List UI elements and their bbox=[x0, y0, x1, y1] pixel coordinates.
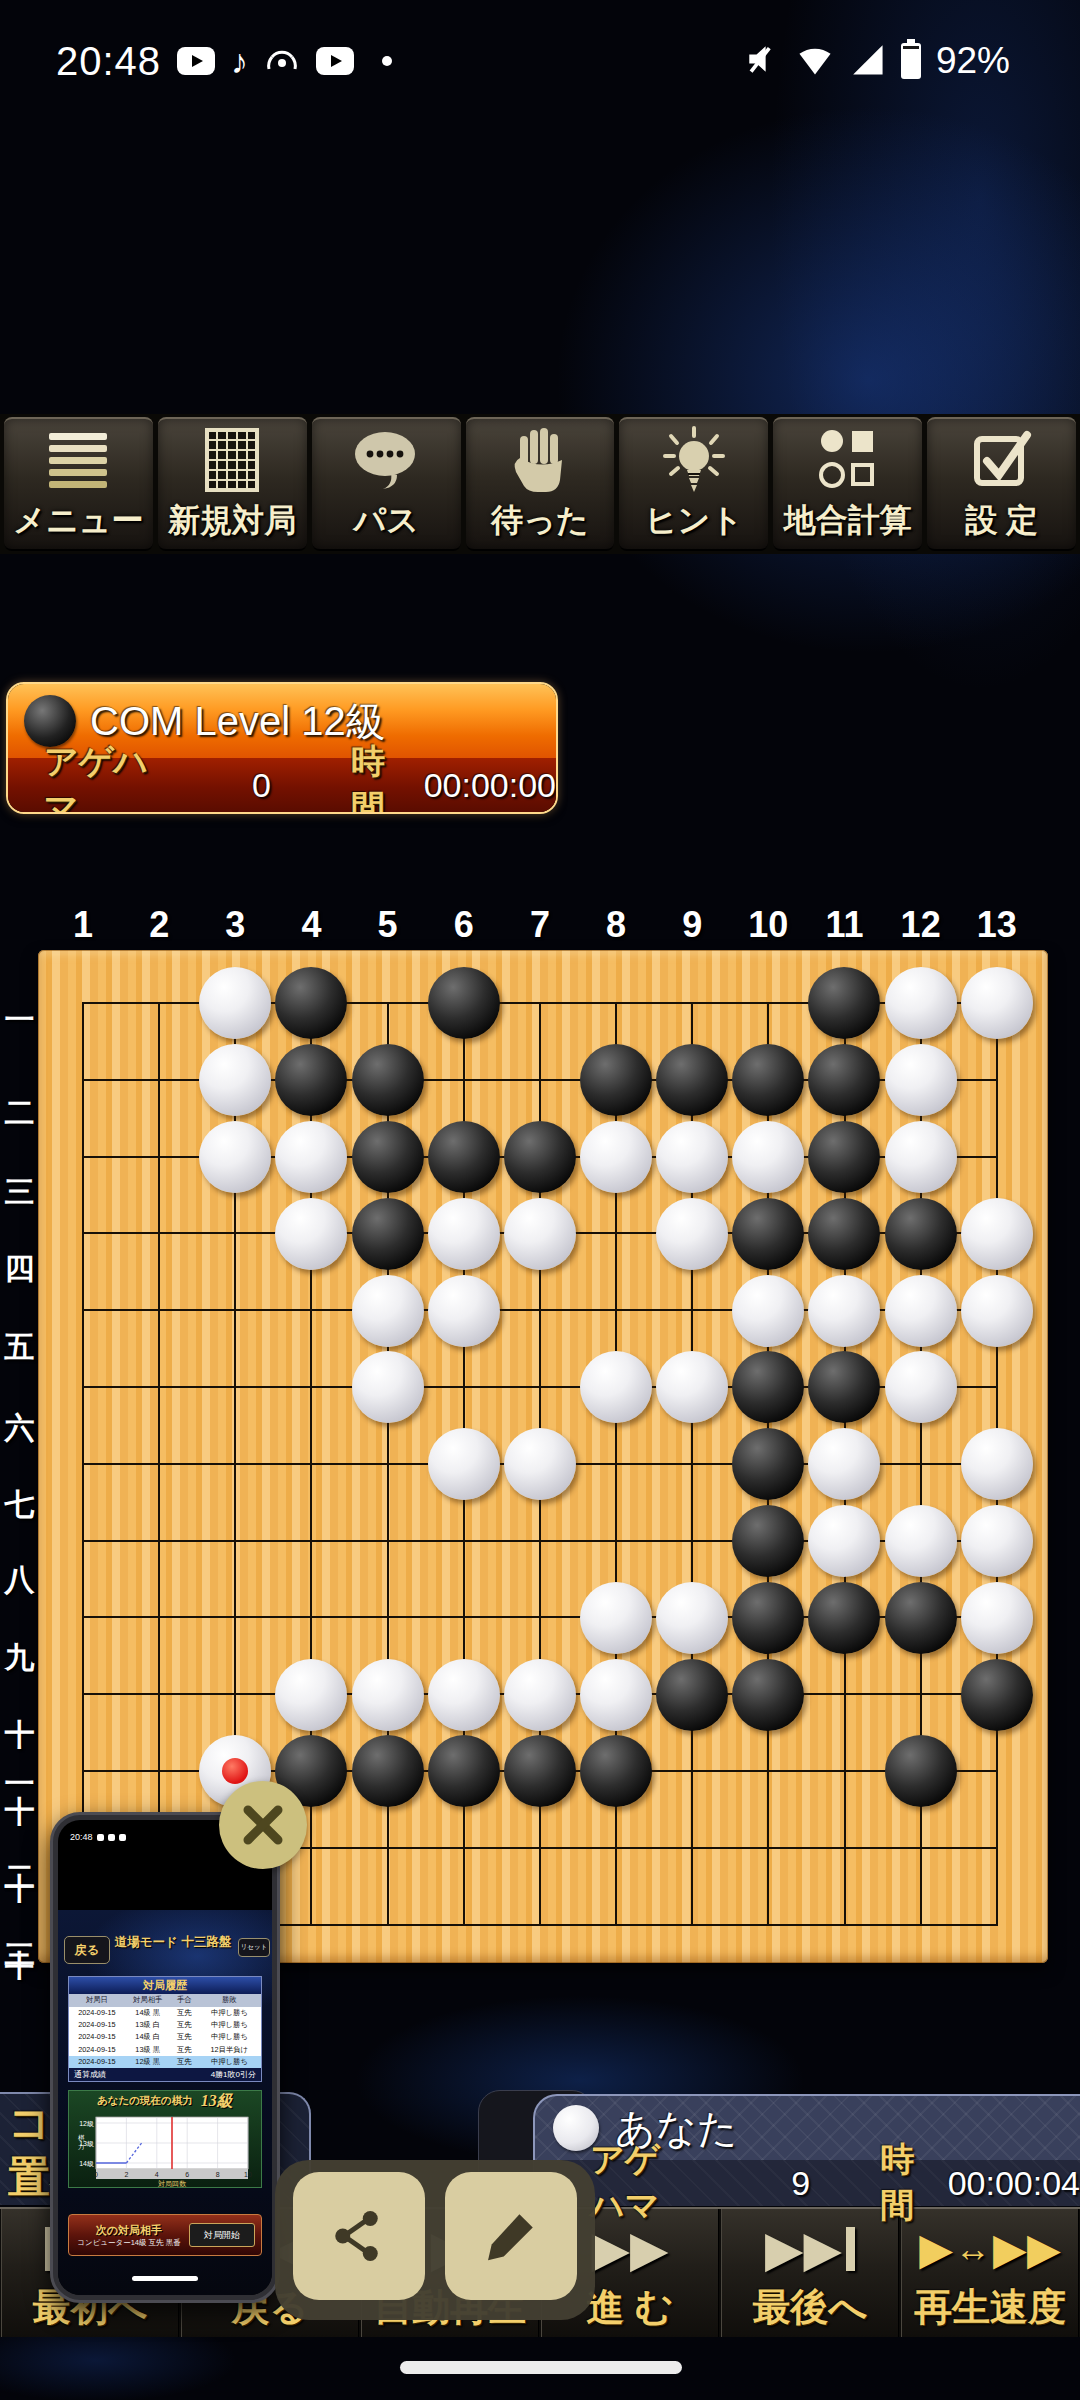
board-cell-9-4[interactable] bbox=[654, 1195, 730, 1272]
mini-history-table: 対局履歴 対局日対局相手手合勝敗2024-09-1514級 黒互先中押し勝ち20… bbox=[68, 1976, 262, 2082]
mini-app-screen: 戻る 道場モード 十三路盤 リセット 対局履歴 対局日対局相手手合勝敗2024-… bbox=[58, 1910, 272, 2295]
board-cell-6-4[interactable] bbox=[426, 1195, 502, 1272]
board-cell-8-10[interactable] bbox=[578, 1656, 654, 1733]
board-cell-13-6[interactable] bbox=[959, 1349, 1035, 1426]
col-label-6: 6 bbox=[434, 904, 494, 946]
board-cell-5-13[interactable] bbox=[350, 1887, 426, 1964]
toolbar-button-パス[interactable]: パス bbox=[312, 417, 461, 551]
white-stone bbox=[961, 1582, 1033, 1654]
board-cell-8-11[interactable] bbox=[578, 1733, 654, 1810]
white-stone bbox=[961, 967, 1033, 1039]
white-stone bbox=[199, 1044, 271, 1116]
board-cell-3-8[interactable] bbox=[197, 1503, 273, 1580]
youtube-icon bbox=[177, 46, 215, 76]
row-label-十一: 十一 bbox=[0, 1733, 38, 1809]
battery-percent: 92% bbox=[936, 40, 1010, 82]
white-stone bbox=[199, 967, 271, 1039]
board-cell-9-2[interactable] bbox=[654, 1042, 730, 1119]
board-cell-2-11[interactable] bbox=[121, 1733, 197, 1810]
board-cell-3-10[interactable] bbox=[197, 1656, 273, 1733]
board-cell-2-9[interactable] bbox=[121, 1579, 197, 1656]
board-cell-1-4[interactable] bbox=[45, 1195, 121, 1272]
board-cell-10-13[interactable] bbox=[730, 1887, 806, 1964]
black-stone bbox=[275, 1044, 347, 1116]
board-cell-6-7[interactable] bbox=[426, 1426, 502, 1503]
svg-text:8: 8 bbox=[216, 2171, 220, 2178]
board-cell-3-3[interactable] bbox=[197, 1119, 273, 1196]
mini-rating-panel: あなたの現在の棋力 13級 12級13級14級0246810棋力対局回数 bbox=[68, 2090, 262, 2188]
white-stone bbox=[504, 1198, 576, 1270]
board-cell-9-8[interactable] bbox=[654, 1503, 730, 1580]
board-cell-9-5[interactable] bbox=[654, 1272, 730, 1349]
board-cell-2-4[interactable] bbox=[121, 1195, 197, 1272]
board-cell-12-5[interactable] bbox=[883, 1272, 959, 1349]
board-cell-7-3[interactable] bbox=[502, 1119, 578, 1196]
board-cell-11-13[interactable] bbox=[806, 1887, 882, 1964]
board-cell-9-11[interactable] bbox=[654, 1733, 730, 1810]
board-cell-1-5[interactable] bbox=[45, 1272, 121, 1349]
white-stone bbox=[428, 1428, 500, 1500]
board-cell-6-5[interactable] bbox=[426, 1272, 502, 1349]
mini-page-title: 道場モード 十三路盤 bbox=[110, 1934, 236, 1951]
board-cell-11-9[interactable] bbox=[806, 1579, 882, 1656]
col-label-10: 10 bbox=[738, 904, 798, 946]
white-stone bbox=[580, 1582, 652, 1654]
board-cell-8-5[interactable] bbox=[578, 1272, 654, 1349]
toolbar: メニュー新規対局パス待ったヒント地合計算設 定 bbox=[0, 414, 1080, 554]
white-stone bbox=[199, 1121, 271, 1193]
board-cell-11-8[interactable] bbox=[806, 1503, 882, 1580]
board-cell-5-8[interactable] bbox=[350, 1503, 426, 1580]
black-stone bbox=[808, 1198, 880, 1270]
black-stone bbox=[428, 1121, 500, 1193]
svg-text:0: 0 bbox=[94, 2171, 98, 2178]
black-stone bbox=[885, 1735, 957, 1807]
board-cell-11-11[interactable] bbox=[806, 1733, 882, 1810]
black-stone bbox=[428, 1735, 500, 1807]
board-cell-3-7[interactable] bbox=[197, 1426, 273, 1503]
board-cell-9-7[interactable] bbox=[654, 1426, 730, 1503]
toolbar-button-新規対局[interactable]: 新規対局 bbox=[158, 417, 307, 551]
black-stone bbox=[352, 1121, 424, 1193]
col-label-13: 13 bbox=[967, 904, 1027, 946]
row-label-七: 七 bbox=[0, 1426, 38, 1502]
board-cell-4-6[interactable] bbox=[273, 1349, 349, 1426]
black-stone bbox=[732, 1659, 804, 1731]
board-cell-3-9[interactable] bbox=[197, 1579, 273, 1656]
board-cell-8-12[interactable] bbox=[578, 1810, 654, 1887]
board-cell-12-11[interactable] bbox=[883, 1733, 959, 1810]
board-cell-1-1[interactable] bbox=[45, 965, 121, 1042]
board-cell-7-8[interactable] bbox=[502, 1503, 578, 1580]
white-stone bbox=[580, 1121, 652, 1193]
board-cell-13-3[interactable] bbox=[959, 1119, 1035, 1196]
white-stone bbox=[580, 1351, 652, 1423]
black-stone bbox=[352, 1735, 424, 1807]
pass-icon bbox=[351, 421, 421, 499]
col-label-7: 7 bbox=[510, 904, 570, 946]
board-cell-12-4[interactable] bbox=[883, 1195, 959, 1272]
board-cell-3-5[interactable] bbox=[197, 1272, 273, 1349]
svg-text:6: 6 bbox=[185, 2171, 189, 2178]
board-cell-9-9[interactable] bbox=[654, 1579, 730, 1656]
board-cell-13-7[interactable] bbox=[959, 1426, 1035, 1503]
menu-icon bbox=[45, 421, 111, 499]
white-stone bbox=[275, 1659, 347, 1731]
black-stone bbox=[580, 1044, 652, 1116]
board-cell-10-11[interactable] bbox=[730, 1733, 806, 1810]
board-cell-10-5[interactable] bbox=[730, 1272, 806, 1349]
board-cell-6-1[interactable] bbox=[426, 965, 502, 1042]
black-stone bbox=[885, 1198, 957, 1270]
board-cell-10-9[interactable] bbox=[730, 1579, 806, 1656]
close-preview-button[interactable] bbox=[219, 1781, 307, 1869]
nav-button-最後へ[interactable]: ▶▶最後へ bbox=[721, 2209, 899, 2337]
board-cell-9-3[interactable] bbox=[654, 1119, 730, 1196]
toolbar-button-待った[interactable]: 待った bbox=[466, 417, 615, 551]
board-cell-5-3[interactable] bbox=[350, 1119, 426, 1196]
board-cell-1-10[interactable] bbox=[45, 1656, 121, 1733]
white-stone bbox=[428, 1198, 500, 1270]
board-cell-5-4[interactable] bbox=[350, 1195, 426, 1272]
share-button[interactable] bbox=[293, 2172, 425, 2300]
white-stone bbox=[961, 1198, 1033, 1270]
black-stone bbox=[504, 1735, 576, 1807]
black-stone bbox=[275, 967, 347, 1039]
speed-icon: ▶↔▶▶ bbox=[919, 2216, 1061, 2282]
row-label-二: 二 bbox=[0, 1042, 38, 1118]
board-cell-11-2[interactable] bbox=[806, 1042, 882, 1119]
white-stone bbox=[808, 1505, 880, 1577]
settings-icon bbox=[969, 421, 1035, 499]
board-cell-7-11[interactable] bbox=[502, 1733, 578, 1810]
black-stone bbox=[580, 1735, 652, 1807]
white-stone bbox=[885, 1044, 957, 1116]
board-cell-1-8[interactable] bbox=[45, 1503, 121, 1580]
black-stone bbox=[732, 1044, 804, 1116]
screenshot-actions-overlay bbox=[275, 2160, 595, 2320]
black-stone bbox=[504, 1121, 576, 1193]
board-cell-2-5[interactable] bbox=[121, 1272, 197, 1349]
captures-label: アゲハマ bbox=[44, 739, 152, 814]
svg-text:12級: 12級 bbox=[79, 2120, 94, 2127]
white-stone bbox=[885, 1121, 957, 1193]
dot-icon bbox=[382, 56, 392, 66]
pencil-icon bbox=[482, 2207, 540, 2265]
history-row: 2024-09-1513級 黒互先12目半負け bbox=[69, 2044, 261, 2056]
board-cell-2-3[interactable] bbox=[121, 1119, 197, 1196]
board-cell-3-2[interactable] bbox=[197, 1042, 273, 1119]
black-stone bbox=[732, 1505, 804, 1577]
board-cell-3-4[interactable] bbox=[197, 1195, 273, 1272]
col-label-4: 4 bbox=[281, 904, 341, 946]
col-label-11: 11 bbox=[815, 904, 875, 946]
board-cell-5-6[interactable] bbox=[350, 1349, 426, 1426]
board-cell-7-9[interactable] bbox=[502, 1579, 578, 1656]
board-cell-5-7[interactable] bbox=[350, 1426, 426, 1503]
board-cell-6-6[interactable] bbox=[426, 1349, 502, 1426]
board-cell-9-13[interactable] bbox=[654, 1887, 730, 1964]
board-cell-7-13[interactable] bbox=[502, 1887, 578, 1964]
board-cell-9-10[interactable] bbox=[654, 1656, 730, 1733]
svg-text:14級: 14級 bbox=[79, 2160, 94, 2167]
black-stone bbox=[656, 1044, 728, 1116]
board-cell-6-10[interactable] bbox=[426, 1656, 502, 1733]
board-cell-10-8[interactable] bbox=[730, 1503, 806, 1580]
row-label-三: 三 bbox=[0, 1119, 38, 1195]
screenshot-preview-screen: 20:48 戻る 道場モード 十三路盤 リセット 対局履歴 対局日対局相手手合勝… bbox=[58, 1820, 272, 2295]
board-cell-12-3[interactable] bbox=[883, 1119, 959, 1196]
white-stone bbox=[885, 1275, 957, 1347]
board-cell-11-7[interactable] bbox=[806, 1426, 882, 1503]
cast-icon bbox=[264, 43, 300, 79]
board-cell-4-9[interactable] bbox=[273, 1579, 349, 1656]
board-cell-6-11[interactable] bbox=[426, 1733, 502, 1810]
board-cell-3-6[interactable] bbox=[197, 1349, 273, 1426]
white-stone bbox=[352, 1659, 424, 1731]
board-cell-12-12[interactable] bbox=[883, 1810, 959, 1887]
captures-value: 0 bbox=[252, 766, 271, 805]
board-cell-5-1[interactable] bbox=[350, 965, 426, 1042]
board-cell-13-2[interactable] bbox=[959, 1042, 1035, 1119]
board-cell-12-1[interactable] bbox=[883, 965, 959, 1042]
share-icon bbox=[329, 2206, 389, 2266]
row-label-六: 六 bbox=[0, 1349, 38, 1425]
board-cell-11-10[interactable] bbox=[806, 1656, 882, 1733]
mini-rating-chart: 12級13級14級0246810棋力対局回数 bbox=[72, 2113, 260, 2191]
captures-label: アゲハマ bbox=[590, 2137, 691, 2229]
svg-text:4: 4 bbox=[155, 2171, 159, 2178]
app-screen: 20:48 ♪ 92% メニュー新規対局パス待ったヒント地合計算設 定 COM … bbox=[0, 0, 1080, 2400]
last-move-marker bbox=[222, 1758, 248, 1784]
black-stone bbox=[808, 1044, 880, 1116]
col-label-8: 8 bbox=[586, 904, 646, 946]
svg-text:対局回数: 対局回数 bbox=[158, 2180, 187, 2187]
board-cell-3-1[interactable] bbox=[197, 965, 273, 1042]
to-last-icon: ▶▶ bbox=[765, 2216, 855, 2282]
board-cell-5-9[interactable] bbox=[350, 1579, 426, 1656]
board-cell-11-12[interactable] bbox=[806, 1810, 882, 1887]
board-cell-13-11[interactable] bbox=[959, 1733, 1035, 1810]
board-cell-12-2[interactable] bbox=[883, 1042, 959, 1119]
board-cell-13-12[interactable] bbox=[959, 1810, 1035, 1887]
captures-value: 9 bbox=[791, 2164, 810, 2203]
board-cell-8-2[interactable] bbox=[578, 1042, 654, 1119]
board-cell-8-3[interactable] bbox=[578, 1119, 654, 1196]
board-cell-7-10[interactable] bbox=[502, 1656, 578, 1733]
board-cell-11-6[interactable] bbox=[806, 1349, 882, 1426]
toolbar-button-メニュー[interactable]: メニュー bbox=[4, 417, 153, 551]
white-stone bbox=[580, 1659, 652, 1731]
board-cell-10-1[interactable] bbox=[730, 965, 806, 1042]
board-cell-4-10[interactable] bbox=[273, 1656, 349, 1733]
board-cell-13-13[interactable] bbox=[959, 1887, 1035, 1964]
board-cell-12-6[interactable] bbox=[883, 1349, 959, 1426]
board-cell-4-7[interactable] bbox=[273, 1426, 349, 1503]
board-cell-5-5[interactable] bbox=[350, 1272, 426, 1349]
white-stone bbox=[808, 1428, 880, 1500]
board-cell-11-5[interactable] bbox=[806, 1272, 882, 1349]
board-cell-6-2[interactable] bbox=[426, 1042, 502, 1119]
row-label-一: 一 bbox=[0, 965, 38, 1041]
status-bar: 20:48 ♪ 92% bbox=[0, 26, 1080, 96]
tiktok-icon: ♪ bbox=[231, 42, 248, 81]
toolbar-button-設定[interactable]: 設 定 bbox=[927, 417, 1076, 551]
black-stone bbox=[732, 1351, 804, 1423]
white-stone bbox=[504, 1659, 576, 1731]
board-cell-8-4[interactable] bbox=[578, 1195, 654, 1272]
board-cell-4-3[interactable] bbox=[273, 1119, 349, 1196]
youtube-icon bbox=[316, 46, 354, 76]
board-cell-4-8[interactable] bbox=[273, 1503, 349, 1580]
hint-bulb-icon bbox=[659, 421, 729, 499]
board-cell-5-12[interactable] bbox=[350, 1810, 426, 1887]
signal-icon bbox=[848, 40, 886, 82]
board-cell-13-5[interactable] bbox=[959, 1272, 1035, 1349]
board-cell-8-7[interactable] bbox=[578, 1426, 654, 1503]
board-cell-12-7[interactable] bbox=[883, 1426, 959, 1503]
white-stone bbox=[885, 1351, 957, 1423]
board-cell-4-5[interactable] bbox=[273, 1272, 349, 1349]
white-stone bbox=[885, 1505, 957, 1577]
wifi-icon bbox=[796, 40, 834, 82]
clock: 20:48 bbox=[56, 39, 161, 84]
white-stone bbox=[656, 1198, 728, 1270]
home-indicator[interactable] bbox=[400, 2361, 682, 2374]
board-cell-7-2[interactable] bbox=[502, 1042, 578, 1119]
board-cell-7-4[interactable] bbox=[502, 1195, 578, 1272]
white-stone bbox=[504, 1428, 576, 1500]
board-cell-13-1[interactable] bbox=[959, 965, 1035, 1042]
board-cell-10-10[interactable] bbox=[730, 1656, 806, 1733]
board-cell-8-8[interactable] bbox=[578, 1503, 654, 1580]
board-cell-6-3[interactable] bbox=[426, 1119, 502, 1196]
edit-button[interactable] bbox=[445, 2172, 577, 2300]
board-cell-9-6[interactable] bbox=[654, 1349, 730, 1426]
board-cell-11-1[interactable] bbox=[806, 965, 882, 1042]
board-cell-7-12[interactable] bbox=[502, 1810, 578, 1887]
white-stone bbox=[656, 1582, 728, 1654]
black-stone bbox=[428, 967, 500, 1039]
board-cell-1-11[interactable] bbox=[45, 1733, 121, 1810]
board-cell-8-9[interactable] bbox=[578, 1579, 654, 1656]
time-label: 時間 bbox=[880, 2137, 929, 2229]
board-cell-12-9[interactable] bbox=[883, 1579, 959, 1656]
board-cell-2-1[interactable] bbox=[121, 965, 197, 1042]
white-stone bbox=[885, 967, 957, 1039]
col-label-1: 1 bbox=[53, 904, 113, 946]
board-cell-10-6[interactable] bbox=[730, 1349, 806, 1426]
board-cell-2-10[interactable] bbox=[121, 1656, 197, 1733]
board-cell-6-13[interactable] bbox=[426, 1887, 502, 1964]
board-cell-12-8[interactable] bbox=[883, 1503, 959, 1580]
board-cell-1-9[interactable] bbox=[45, 1579, 121, 1656]
mini-reset-button: リセット bbox=[238, 1938, 270, 1957]
row-label-十二: 十二 bbox=[0, 1810, 38, 1886]
col-label-2: 2 bbox=[129, 904, 189, 946]
board-cell-1-3[interactable] bbox=[45, 1119, 121, 1196]
time-value: 00:00:04 bbox=[948, 2164, 1080, 2203]
board-cell-2-2[interactable] bbox=[121, 1042, 197, 1119]
board-cell-5-2[interactable] bbox=[350, 1042, 426, 1119]
history-row: 2024-09-1514級 白互先中押し勝ち bbox=[69, 2031, 261, 2043]
white-stone bbox=[656, 1351, 728, 1423]
board-cell-6-8[interactable] bbox=[426, 1503, 502, 1580]
board-cell-4-13[interactable] bbox=[273, 1887, 349, 1964]
white-stone bbox=[961, 1428, 1033, 1500]
close-icon bbox=[240, 1802, 286, 1848]
history-row: 2024-09-1512級 黒互先中押し勝ち bbox=[69, 2056, 261, 2068]
toolbar-button-ヒント[interactable]: ヒント bbox=[619, 417, 768, 551]
board-cell-11-4[interactable] bbox=[806, 1195, 882, 1272]
board-cell-4-2[interactable] bbox=[273, 1042, 349, 1119]
board-cell-12-13[interactable] bbox=[883, 1887, 959, 1964]
battery-icon bbox=[900, 39, 922, 83]
board-cell-1-2[interactable] bbox=[45, 1042, 121, 1119]
board-cell-13-10[interactable] bbox=[959, 1656, 1035, 1733]
row-label-十: 十 bbox=[0, 1656, 38, 1732]
black-stone bbox=[352, 1198, 424, 1270]
board-cell-13-8[interactable] bbox=[959, 1503, 1035, 1580]
board-cell-8-1[interactable] bbox=[578, 965, 654, 1042]
board-cell-7-5[interactable] bbox=[502, 1272, 578, 1349]
board-cell-13-4[interactable] bbox=[959, 1195, 1035, 1272]
board-cell-7-7[interactable] bbox=[502, 1426, 578, 1503]
black-stone bbox=[732, 1582, 804, 1654]
board-cell-9-12[interactable] bbox=[654, 1810, 730, 1887]
board-cell-4-1[interactable] bbox=[273, 965, 349, 1042]
mini-next-opponent-panel: 次の対局相手 コンピューター14級 互先 黒番 対局開始 bbox=[68, 2214, 262, 2256]
board-cell-5-10[interactable] bbox=[350, 1656, 426, 1733]
mini-start-game-button: 対局開始 bbox=[189, 2223, 255, 2247]
board-cell-9-1[interactable] bbox=[654, 965, 730, 1042]
board-cell-10-7[interactable] bbox=[730, 1426, 806, 1503]
black-stone bbox=[885, 1582, 957, 1654]
board-cell-8-13[interactable] bbox=[578, 1887, 654, 1964]
black-stone bbox=[808, 967, 880, 1039]
board-cell-10-4[interactable] bbox=[730, 1195, 806, 1272]
board-cell-1-6[interactable] bbox=[45, 1349, 121, 1426]
board-cell-6-9[interactable] bbox=[426, 1579, 502, 1656]
board-cell-6-12[interactable] bbox=[426, 1810, 502, 1887]
board-cell-10-3[interactable] bbox=[730, 1119, 806, 1196]
black-stone bbox=[961, 1659, 1033, 1731]
board-cell-10-2[interactable] bbox=[730, 1042, 806, 1119]
board-cell-4-4[interactable] bbox=[273, 1195, 349, 1272]
black-stone bbox=[808, 1351, 880, 1423]
black-stone bbox=[656, 1659, 728, 1731]
board-cell-2-7[interactable] bbox=[121, 1426, 197, 1503]
board-cell-2-6[interactable] bbox=[121, 1349, 197, 1426]
board-cell-12-10[interactable] bbox=[883, 1656, 959, 1733]
board-cell-11-3[interactable] bbox=[806, 1119, 882, 1196]
board-cell-8-6[interactable] bbox=[578, 1349, 654, 1426]
history-row: 2024-09-1513級 白互先中押し勝ち bbox=[69, 2019, 261, 2031]
black-stone bbox=[732, 1198, 804, 1270]
white-stone bbox=[428, 1659, 500, 1731]
white-stone bbox=[656, 1121, 728, 1193]
board-cell-7-1[interactable] bbox=[502, 965, 578, 1042]
board-cell-1-7[interactable] bbox=[45, 1426, 121, 1503]
board-cell-2-8[interactable] bbox=[121, 1503, 197, 1580]
board-cell-10-12[interactable] bbox=[730, 1810, 806, 1887]
toolbar-button-地合計算[interactable]: 地合計算 bbox=[773, 417, 922, 551]
board-cell-7-6[interactable] bbox=[502, 1349, 578, 1426]
screenshot-preview-thumbnail[interactable]: 20:48 戻る 道場モード 十三路盤 リセット 対局履歴 対局日対局相手手合勝… bbox=[50, 1812, 280, 2303]
board-cell-5-11[interactable] bbox=[350, 1733, 426, 1810]
board-cell-13-9[interactable] bbox=[959, 1579, 1035, 1656]
undo-hand-icon bbox=[512, 421, 568, 499]
